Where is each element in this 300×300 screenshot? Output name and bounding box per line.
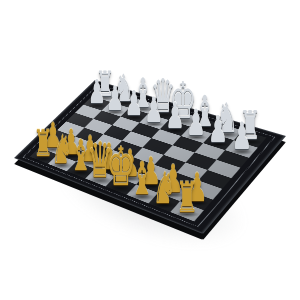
product-photo: ♜♞♝♛♚♝♞♜♟♟♟♟♟♟♟♟♟♟♟♟♟♟♟♟♜♞♝♛♚♝♞♜ [0,0,300,300]
